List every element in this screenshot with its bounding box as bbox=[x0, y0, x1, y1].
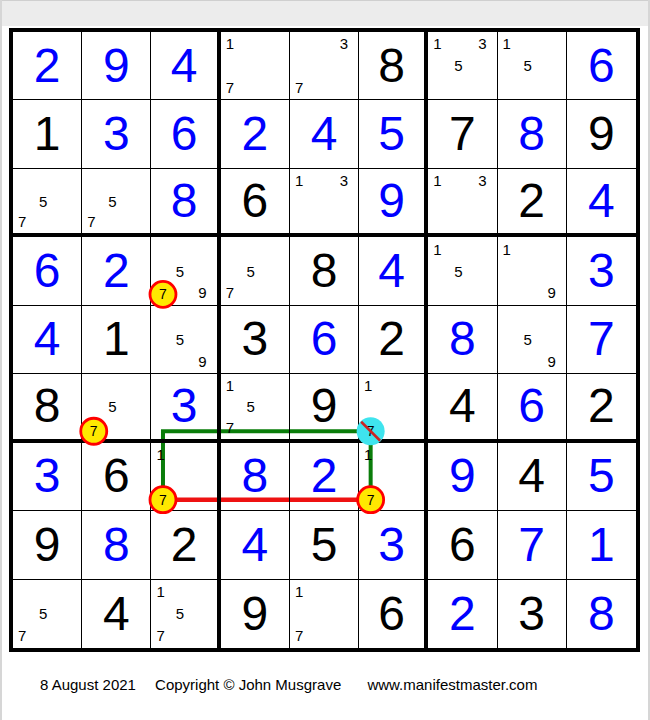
candidates: 59 bbox=[152, 238, 215, 303]
big-digit: 3 bbox=[221, 306, 289, 373]
cell-r3c3[interactable]: 8 bbox=[151, 169, 220, 237]
candidate-digit: 3 bbox=[335, 33, 357, 55]
candidate-digit: 3 bbox=[473, 170, 495, 191]
candidates: 135 bbox=[429, 33, 495, 98]
cell-r5c5[interactable]: 6 bbox=[290, 306, 359, 374]
footer-copyright: Copyright © John Musgrave bbox=[155, 676, 341, 693]
candidate-digit: 9 bbox=[195, 282, 216, 304]
cell-r9c1[interactable]: 57 bbox=[13, 580, 82, 648]
candidate-digit: 1 bbox=[499, 238, 521, 260]
big-digit: 6 bbox=[567, 32, 636, 99]
cell-r6c2[interactable]: 5 bbox=[82, 374, 151, 442]
candidate-digit: 1 bbox=[360, 375, 381, 396]
big-digit: 9 bbox=[290, 374, 358, 438]
cell-r8c4[interactable]: 4 bbox=[221, 511, 290, 579]
cell-r6c6[interactable]: 1 bbox=[359, 374, 428, 442]
cell-r7c3[interactable]: 1 bbox=[151, 443, 220, 511]
candidate-digit: 1 bbox=[499, 33, 521, 55]
cell-r1c8[interactable]: 15 bbox=[498, 32, 567, 100]
big-digit: 8 bbox=[428, 306, 496, 373]
cell-r2c4[interactable]: 2 bbox=[221, 100, 290, 168]
candidate-digit: 9 bbox=[543, 350, 565, 372]
cell-r1c3[interactable]: 4 bbox=[151, 32, 220, 100]
candidates: 157 bbox=[222, 375, 288, 437]
candidates: 15 bbox=[429, 238, 495, 303]
cell-r7c7[interactable]: 9 bbox=[428, 443, 497, 511]
big-digit: 1 bbox=[82, 306, 150, 373]
cell-r8c6[interactable]: 3 bbox=[359, 511, 428, 579]
candidate-digit: 7 bbox=[14, 212, 36, 233]
candidate-digit: 7 bbox=[222, 77, 244, 99]
left-edge-line bbox=[0, 0, 2, 720]
cell-r7c4[interactable]: 8 bbox=[221, 443, 290, 511]
cell-r2c7[interactable]: 7 bbox=[428, 100, 497, 168]
candidate-digit: 5 bbox=[36, 191, 58, 212]
big-digit: 9 bbox=[359, 169, 424, 233]
candidates: 17 bbox=[291, 581, 357, 647]
cell-r5c6[interactable]: 2 bbox=[359, 306, 428, 374]
cell-r3c5[interactable]: 13 bbox=[290, 169, 359, 237]
cell-r4c5[interactable]: 8 bbox=[290, 237, 359, 305]
candidate-digit: 7 bbox=[222, 417, 244, 438]
cell-r4c6[interactable]: 4 bbox=[359, 237, 428, 305]
big-digit: 8 bbox=[498, 100, 566, 167]
cell-r8c2[interactable]: 8 bbox=[82, 511, 151, 579]
candidate-digit: 1 bbox=[360, 444, 381, 466]
big-digit: 7 bbox=[567, 306, 636, 373]
cell-r1c1[interactable]: 2 bbox=[13, 32, 82, 100]
cell-r2c5[interactable]: 4 bbox=[290, 100, 359, 168]
cell-r1c5[interactable]: 37 bbox=[290, 32, 359, 100]
candidate-digit: 5 bbox=[451, 260, 473, 282]
big-digit: 9 bbox=[428, 443, 496, 510]
cell-r5c2[interactable]: 1 bbox=[82, 306, 151, 374]
big-digit: 6 bbox=[359, 580, 424, 648]
cell-r3c1[interactable]: 57 bbox=[13, 169, 82, 237]
cell-r9c7[interactable]: 2 bbox=[428, 580, 497, 648]
candidates: 157 bbox=[152, 581, 215, 647]
candidate-digit: 1 bbox=[429, 170, 451, 191]
big-digit: 8 bbox=[359, 32, 424, 99]
big-digit: 4 bbox=[82, 580, 150, 648]
big-digit: 3 bbox=[82, 100, 150, 167]
big-digit: 1 bbox=[13, 100, 81, 167]
cell-r6c8[interactable]: 6 bbox=[498, 374, 567, 442]
candidate-digit: 7 bbox=[291, 77, 313, 99]
cell-r9c6[interactable]: 6 bbox=[359, 580, 428, 648]
cell-r8c9[interactable]: 1 bbox=[567, 511, 636, 579]
big-digit: 4 bbox=[13, 306, 81, 373]
footer-date: 8 August 2021 bbox=[40, 676, 136, 693]
big-digit: 2 bbox=[428, 580, 496, 648]
candidate-digit: 5 bbox=[105, 396, 127, 417]
big-digit: 6 bbox=[13, 237, 81, 304]
cell-r9c4[interactable]: 9 bbox=[221, 580, 290, 648]
big-digit: 9 bbox=[13, 511, 81, 578]
big-digit: 9 bbox=[82, 32, 150, 99]
big-digit: 2 bbox=[82, 237, 150, 304]
candidate-digit: 5 bbox=[244, 260, 266, 282]
candidate-digit: 1 bbox=[429, 238, 451, 260]
cell-r5c9[interactable]: 7 bbox=[567, 306, 636, 374]
big-digit: 4 bbox=[567, 169, 636, 233]
cell-r5c1[interactable]: 4 bbox=[13, 306, 82, 374]
cell-r6c1[interactable]: 8 bbox=[13, 374, 82, 442]
candidate-digit: 7 bbox=[222, 282, 244, 304]
big-digit: 2 bbox=[13, 32, 81, 99]
cell-r8c1[interactable]: 9 bbox=[13, 511, 82, 579]
big-digit: 2 bbox=[290, 443, 358, 510]
candidate-digit: 5 bbox=[451, 55, 473, 77]
big-digit: 5 bbox=[290, 511, 358, 578]
cell-r2c1[interactable]: 1 bbox=[13, 100, 82, 168]
cell-r7c2[interactable]: 6 bbox=[82, 443, 151, 511]
candidate-digit: 3 bbox=[473, 33, 495, 55]
big-digit: 2 bbox=[567, 374, 636, 438]
cell-r7c5[interactable]: 2 bbox=[290, 443, 359, 511]
candidate-digit: 5 bbox=[244, 396, 266, 417]
candidates: 57 bbox=[222, 238, 288, 303]
cell-r5c8[interactable]: 59 bbox=[498, 306, 567, 374]
big-digit: 3 bbox=[359, 511, 424, 578]
cell-r1c2[interactable]: 9 bbox=[82, 32, 151, 100]
candidates: 57 bbox=[14, 581, 80, 647]
candidate-digit: 1 bbox=[222, 375, 244, 396]
big-digit: 6 bbox=[82, 443, 150, 510]
cell-r5c4[interactable]: 3 bbox=[221, 306, 290, 374]
candidates: 15 bbox=[499, 33, 565, 98]
cell-r9c8[interactable]: 3 bbox=[498, 580, 567, 648]
cell-r3c4[interactable]: 6 bbox=[221, 169, 290, 237]
cell-r3c7[interactable]: 13 bbox=[428, 169, 497, 237]
candidates: 59 bbox=[152, 307, 215, 372]
candidate-digit: 7 bbox=[14, 625, 36, 647]
cell-r1c6[interactable]: 8 bbox=[359, 32, 428, 100]
big-digit: 4 bbox=[290, 100, 358, 167]
big-digit: 3 bbox=[498, 580, 566, 648]
big-digit: 2 bbox=[151, 511, 216, 578]
cell-r6c4[interactable]: 157 bbox=[221, 374, 290, 442]
cell-r6c7[interactable]: 4 bbox=[428, 374, 497, 442]
cell-r1c9[interactable]: 6 bbox=[567, 32, 636, 100]
candidate-digit: 1 bbox=[152, 444, 173, 466]
candidate-digit: 5 bbox=[174, 603, 195, 625]
big-digit: 6 bbox=[290, 306, 358, 373]
candidates: 37 bbox=[291, 33, 357, 98]
cell-r3c8[interactable]: 2 bbox=[498, 169, 567, 237]
cell-r8c3[interactable]: 2 bbox=[151, 511, 220, 579]
big-digit: 4 bbox=[359, 237, 424, 304]
candidates: 57 bbox=[14, 170, 80, 232]
candidate-digit: 5 bbox=[36, 603, 58, 625]
big-digit: 4 bbox=[221, 511, 289, 578]
cell-r6c3[interactable]: 3 bbox=[151, 374, 220, 442]
candidate-digit: 9 bbox=[195, 350, 216, 372]
cell-r3c6[interactable]: 9 bbox=[359, 169, 428, 237]
candidate-digit: 1 bbox=[222, 33, 244, 55]
big-digit: 6 bbox=[428, 511, 496, 578]
candidates: 13 bbox=[429, 170, 495, 232]
candidates: 5 bbox=[83, 375, 149, 437]
cell-r7c8[interactable]: 4 bbox=[498, 443, 567, 511]
footer-website: www.manifestmaster.com bbox=[367, 676, 537, 693]
cell-r5c7[interactable]: 8 bbox=[428, 306, 497, 374]
big-digit: 2 bbox=[221, 100, 289, 167]
cell-r2c8[interactable]: 8 bbox=[498, 100, 567, 168]
cell-r2c6[interactable]: 5 bbox=[359, 100, 428, 168]
candidates: 17 bbox=[222, 33, 288, 98]
cell-r6c9[interactable]: 2 bbox=[567, 374, 636, 442]
big-digit: 5 bbox=[359, 100, 424, 167]
big-digit: 6 bbox=[221, 169, 289, 233]
candidates: 1 bbox=[360, 444, 423, 509]
candidates: 1 bbox=[152, 444, 215, 509]
big-digit: 5 bbox=[567, 443, 636, 510]
candidates: 19 bbox=[499, 238, 565, 303]
cell-r8c7[interactable]: 6 bbox=[428, 511, 497, 579]
big-digit: 4 bbox=[498, 443, 566, 510]
cell-r8c5[interactable]: 5 bbox=[290, 511, 359, 579]
cell-r9c2[interactable]: 4 bbox=[82, 580, 151, 648]
cell-r4c7[interactable]: 15 bbox=[428, 237, 497, 305]
big-digit: 8 bbox=[221, 443, 289, 510]
candidate-digit: 7 bbox=[291, 625, 313, 647]
cell-r9c9[interactable]: 8 bbox=[567, 580, 636, 648]
big-digit: 8 bbox=[13, 374, 81, 438]
candidates: 1 bbox=[360, 375, 423, 437]
cell-r7c6[interactable]: 1 bbox=[359, 443, 428, 511]
big-digit: 1 bbox=[567, 511, 636, 578]
top-strip bbox=[0, 0, 650, 26]
big-digit: 6 bbox=[498, 374, 566, 438]
cell-r3c9[interactable]: 4 bbox=[567, 169, 636, 237]
big-digit: 2 bbox=[359, 306, 424, 373]
cell-r2c3[interactable]: 6 bbox=[151, 100, 220, 168]
cell-r7c9[interactable]: 5 bbox=[567, 443, 636, 511]
big-digit: 8 bbox=[82, 511, 150, 578]
big-digit: 3 bbox=[13, 443, 81, 510]
candidates: 13 bbox=[291, 170, 357, 232]
cell-r5c3[interactable]: 59 bbox=[151, 306, 220, 374]
big-digit: 4 bbox=[151, 32, 216, 99]
cell-r4c4[interactable]: 57 bbox=[221, 237, 290, 305]
cell-r1c7[interactable]: 135 bbox=[428, 32, 497, 100]
cell-r9c3[interactable]: 157 bbox=[151, 580, 220, 648]
big-digit: 7 bbox=[498, 511, 566, 578]
big-digit: 8 bbox=[567, 580, 636, 648]
candidate-digit: 5 bbox=[521, 329, 543, 351]
cell-r4c2[interactable]: 2 bbox=[82, 237, 151, 305]
big-digit: 6 bbox=[151, 100, 216, 167]
cell-r4c8[interactable]: 19 bbox=[498, 237, 567, 305]
big-digit: 9 bbox=[221, 580, 289, 648]
candidate-digit: 5 bbox=[105, 191, 127, 212]
candidate-digit: 1 bbox=[291, 581, 313, 603]
big-digit: 9 bbox=[567, 100, 636, 167]
candidate-digit: 3 bbox=[335, 170, 357, 191]
cell-r8c8[interactable]: 7 bbox=[498, 511, 567, 579]
candidate-digit: 9 bbox=[543, 282, 565, 304]
candidate-digit: 5 bbox=[174, 329, 195, 351]
cell-r6c5[interactable]: 9 bbox=[290, 374, 359, 442]
cell-r9c5[interactable]: 17 bbox=[290, 580, 359, 648]
candidate-digit: 7 bbox=[152, 625, 173, 647]
candidate-digit: 1 bbox=[429, 33, 451, 55]
candidate-digit: 7 bbox=[83, 212, 105, 233]
cell-r1c4[interactable]: 17 bbox=[221, 32, 290, 100]
big-digit: 8 bbox=[151, 169, 216, 233]
candidates: 59 bbox=[499, 307, 565, 372]
cell-r4c1[interactable]: 6 bbox=[13, 237, 82, 305]
candidate-digit: 1 bbox=[291, 170, 313, 191]
cell-r4c3[interactable]: 59 bbox=[151, 237, 220, 305]
candidate-digit: 1 bbox=[152, 581, 173, 603]
sudoku-board: 2941737813515613624578957578613913246259… bbox=[13, 32, 636, 648]
cell-r2c2[interactable]: 3 bbox=[82, 100, 151, 168]
cell-r2c9[interactable]: 9 bbox=[567, 100, 636, 168]
big-digit: 3 bbox=[567, 237, 636, 304]
cell-r4c9[interactable]: 3 bbox=[567, 237, 636, 305]
candidate-digit: 5 bbox=[521, 55, 543, 77]
footer: 8 August 2021 Copyright © John Musgrave … bbox=[40, 676, 537, 693]
big-digit: 4 bbox=[428, 374, 496, 438]
big-digit: 7 bbox=[428, 100, 496, 167]
cell-r3c2[interactable]: 57 bbox=[82, 169, 151, 237]
big-digit: 3 bbox=[151, 374, 216, 438]
candidate-digit: 5 bbox=[174, 260, 195, 282]
big-digit: 8 bbox=[290, 237, 358, 304]
cell-r7c1[interactable]: 3 bbox=[13, 443, 82, 511]
big-digit: 2 bbox=[498, 169, 566, 233]
candidates: 57 bbox=[83, 170, 149, 232]
